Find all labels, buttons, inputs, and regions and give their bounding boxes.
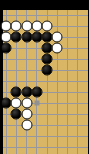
white-stone[interactable] (42, 21, 53, 32)
black-stone[interactable] (1, 43, 12, 54)
grid-line-vertical (67, 10, 68, 154)
grid-line-vertical (88, 10, 89, 154)
black-stone[interactable] (31, 87, 42, 98)
white-stone[interactable] (21, 120, 32, 131)
star-point-marker (34, 101, 39, 106)
grid-line-horizontal (3, 125, 88, 126)
grid-line-horizontal (3, 81, 88, 82)
white-stone[interactable] (52, 43, 63, 54)
grid-line-horizontal (3, 15, 88, 16)
grid-line-horizontal (3, 136, 88, 137)
board-top-edge (0, 0, 88, 10)
black-stone[interactable] (42, 65, 53, 76)
white-stone[interactable] (21, 109, 32, 120)
white-stone[interactable] (21, 98, 32, 109)
go-board[interactable] (0, 0, 88, 154)
black-stone[interactable] (42, 54, 53, 65)
white-stone[interactable] (52, 32, 63, 43)
grid-line-vertical (77, 10, 78, 154)
grid-line-horizontal (3, 147, 88, 148)
